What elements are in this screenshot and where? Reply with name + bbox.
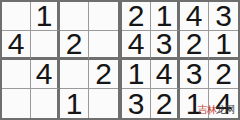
solution-cell-r1c2: 1 — [151, 2, 180, 31]
puzzle-cell-r3c2[interactable]: 4 — [31, 60, 60, 89]
solution-cell-r4c1: 3 — [122, 89, 151, 118]
solution-cell-r2c1: 4 — [122, 31, 151, 60]
solution-cell-r4c4: 4 — [209, 89, 238, 118]
puzzle-cell-r3c4[interactable]: 2 — [89, 60, 118, 89]
solution-cell-r4c2: 2 — [151, 89, 180, 118]
solution-cell-r1c1: 2 — [122, 2, 151, 31]
puzzle-cell-r2c2[interactable] — [31, 31, 60, 60]
solution-cell-r3c1: 1 — [122, 60, 151, 89]
puzzle-cell-r4c2[interactable] — [31, 89, 60, 118]
solution-cell-r1c3: 4 — [180, 2, 209, 31]
solution-cell-r2c2: 3 — [151, 31, 180, 60]
solution-cell-r1c4: 3 — [209, 2, 238, 31]
puzzle-board: 142421 — [0, 0, 120, 120]
puzzle-cell-r1c4[interactable] — [89, 2, 118, 31]
puzzle-cell-r2c3[interactable]: 2 — [60, 31, 89, 60]
sudoku-diagram: 142421 2143432114323214 吉林龙网 — [0, 0, 240, 120]
puzzle-cell-r1c3[interactable] — [60, 2, 89, 31]
puzzle-cell-r2c4[interactable] — [89, 31, 118, 60]
puzzle-cell-r4c1[interactable] — [2, 89, 31, 118]
solution-cell-r3c2: 4 — [151, 60, 180, 89]
puzzle-cell-r2c1[interactable]: 4 — [2, 31, 31, 60]
puzzle-cell-r1c2[interactable]: 1 — [31, 2, 60, 31]
solution-cell-r2c4: 1 — [209, 31, 238, 60]
solution-cell-r2c3: 2 — [180, 31, 209, 60]
solution-cell-r3c3: 3 — [180, 60, 209, 89]
puzzle-cell-r4c3[interactable]: 1 — [60, 89, 89, 118]
puzzle-cell-r3c3[interactable] — [60, 60, 89, 89]
solution-board: 2143432114323214 — [120, 0, 240, 120]
puzzle-cell-r3c1[interactable] — [2, 60, 31, 89]
puzzle-cell-r1c1[interactable] — [2, 2, 31, 31]
solution-cell-r4c3: 1 — [180, 89, 209, 118]
solution-cell-r3c4: 2 — [209, 60, 238, 89]
puzzle-cell-r4c4[interactable] — [89, 89, 118, 118]
